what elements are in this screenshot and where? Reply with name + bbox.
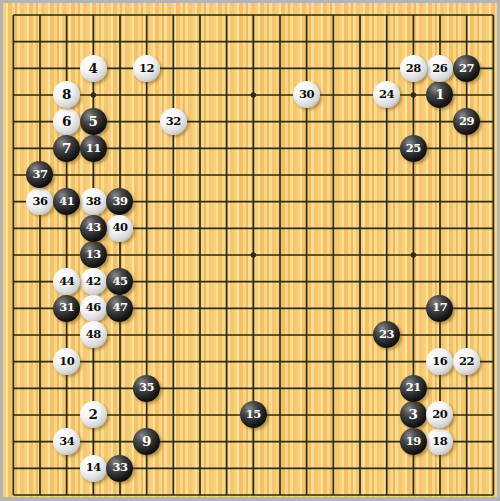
- move-number-label: 28: [406, 62, 421, 74]
- stone-move-35-black: 35: [133, 375, 160, 402]
- stone-move-9-black: 9: [133, 428, 160, 455]
- stone-move-44-white: 44: [53, 268, 80, 295]
- stone-move-47-black: 47: [106, 295, 133, 322]
- move-number-label: 21: [406, 382, 421, 394]
- move-number-label: 40: [112, 222, 127, 234]
- move-number-label: 6: [62, 114, 71, 128]
- stone-move-48-white: 48: [80, 321, 107, 348]
- stone-move-15-black: 15: [240, 401, 267, 428]
- move-number-label: 8: [62, 88, 71, 102]
- move-number-label: 27: [459, 62, 474, 74]
- stones-layer: 1234567891011121314151617181920212223242…: [0, 2, 500, 501]
- move-number-label: 11: [86, 142, 101, 154]
- stone-move-19-black: 19: [400, 428, 427, 455]
- move-number-label: 39: [112, 195, 127, 207]
- move-number-label: 37: [32, 169, 47, 181]
- move-number-label: 19: [406, 435, 421, 447]
- move-number-label: 48: [86, 329, 101, 341]
- move-number-label: 34: [59, 435, 74, 447]
- stone-move-3-black: 3: [400, 401, 427, 428]
- stone-move-37-black: 37: [26, 161, 53, 188]
- move-number-label: 42: [86, 275, 101, 287]
- move-number-label: 5: [89, 114, 98, 128]
- stone-move-13-black: 13: [80, 241, 107, 268]
- stone-move-43-black: 43: [80, 215, 107, 242]
- stone-move-4-white: 4: [80, 55, 107, 82]
- move-number-label: 3: [408, 408, 417, 422]
- move-number-label: 13: [86, 249, 101, 261]
- stone-move-27-black: 27: [453, 55, 480, 82]
- stone-move-21-black: 21: [400, 375, 427, 402]
- move-number-label: 24: [379, 89, 394, 101]
- stone-move-36-white: 36: [26, 188, 53, 215]
- stone-move-31-black: 31: [53, 295, 80, 322]
- stone-move-14-white: 14: [80, 455, 107, 482]
- move-number-label: 12: [139, 62, 154, 74]
- move-number-label: 30: [299, 89, 314, 101]
- stone-move-6-white: 6: [53, 108, 80, 135]
- stone-move-22-white: 22: [453, 348, 480, 375]
- move-number-label: 35: [139, 382, 154, 394]
- move-number-label: 45: [112, 275, 127, 287]
- move-number-label: 47: [112, 302, 127, 314]
- stone-move-41-black: 41: [53, 188, 80, 215]
- stone-move-7-black: 7: [53, 135, 80, 162]
- stone-move-17-black: 17: [426, 295, 453, 322]
- stone-move-2-white: 2: [80, 401, 107, 428]
- move-number-label: 7: [62, 141, 71, 155]
- stone-move-11-black: 11: [80, 135, 107, 162]
- stone-move-29-black: 29: [453, 108, 480, 135]
- stone-move-46-white: 46: [80, 295, 107, 322]
- stone-move-40-white: 40: [106, 215, 133, 242]
- move-number-label: 14: [86, 462, 101, 474]
- stone-move-45-black: 45: [106, 268, 133, 295]
- stone-move-25-black: 25: [400, 135, 427, 162]
- move-number-label: 44: [59, 275, 74, 287]
- stone-move-18-white: 18: [426, 428, 453, 455]
- move-number-label: 4: [89, 61, 98, 75]
- stone-move-12-white: 12: [133, 55, 160, 82]
- stone-move-8-white: 8: [53, 81, 80, 108]
- stone-move-23-black: 23: [373, 321, 400, 348]
- stone-move-39-black: 39: [106, 188, 133, 215]
- stone-move-38-white: 38: [80, 188, 107, 215]
- move-number-label: 17: [432, 302, 447, 314]
- move-number-label: 22: [459, 355, 474, 367]
- move-number-label: 36: [32, 195, 47, 207]
- move-number-label: 25: [406, 142, 421, 154]
- move-number-label: 32: [166, 115, 181, 127]
- move-number-label: 33: [112, 462, 127, 474]
- move-number-label: 20: [432, 409, 447, 421]
- move-number-label: 1: [435, 88, 444, 102]
- stone-move-42-white: 42: [80, 268, 107, 295]
- stone-move-16-white: 16: [426, 348, 453, 375]
- stone-move-1-black: 1: [426, 81, 453, 108]
- stone-move-32-white: 32: [160, 108, 187, 135]
- go-board-diagram: 1234567891011121314151617181920212223242…: [0, 0, 500, 501]
- move-number-label: 38: [86, 195, 101, 207]
- move-number-label: 9: [142, 434, 151, 448]
- stone-move-30-white: 30: [293, 81, 320, 108]
- stone-move-20-white: 20: [426, 401, 453, 428]
- move-number-label: 23: [379, 329, 394, 341]
- move-number-label: 46: [86, 302, 101, 314]
- move-number-label: 10: [59, 355, 74, 367]
- move-number-label: 43: [86, 222, 101, 234]
- stone-move-33-black: 33: [106, 455, 133, 482]
- stone-move-10-white: 10: [53, 348, 80, 375]
- move-number-label: 2: [89, 408, 98, 422]
- move-number-label: 26: [432, 62, 447, 74]
- stone-move-28-white: 28: [400, 55, 427, 82]
- stone-move-5-black: 5: [80, 108, 107, 135]
- stone-move-24-white: 24: [373, 81, 400, 108]
- move-number-label: 18: [432, 435, 447, 447]
- stone-move-34-white: 34: [53, 428, 80, 455]
- stone-move-26-white: 26: [426, 55, 453, 82]
- move-number-label: 29: [459, 115, 474, 127]
- move-number-label: 16: [432, 355, 447, 367]
- move-number-label: 31: [59, 302, 74, 314]
- move-number-label: 41: [59, 195, 74, 207]
- move-number-label: 15: [246, 409, 261, 421]
